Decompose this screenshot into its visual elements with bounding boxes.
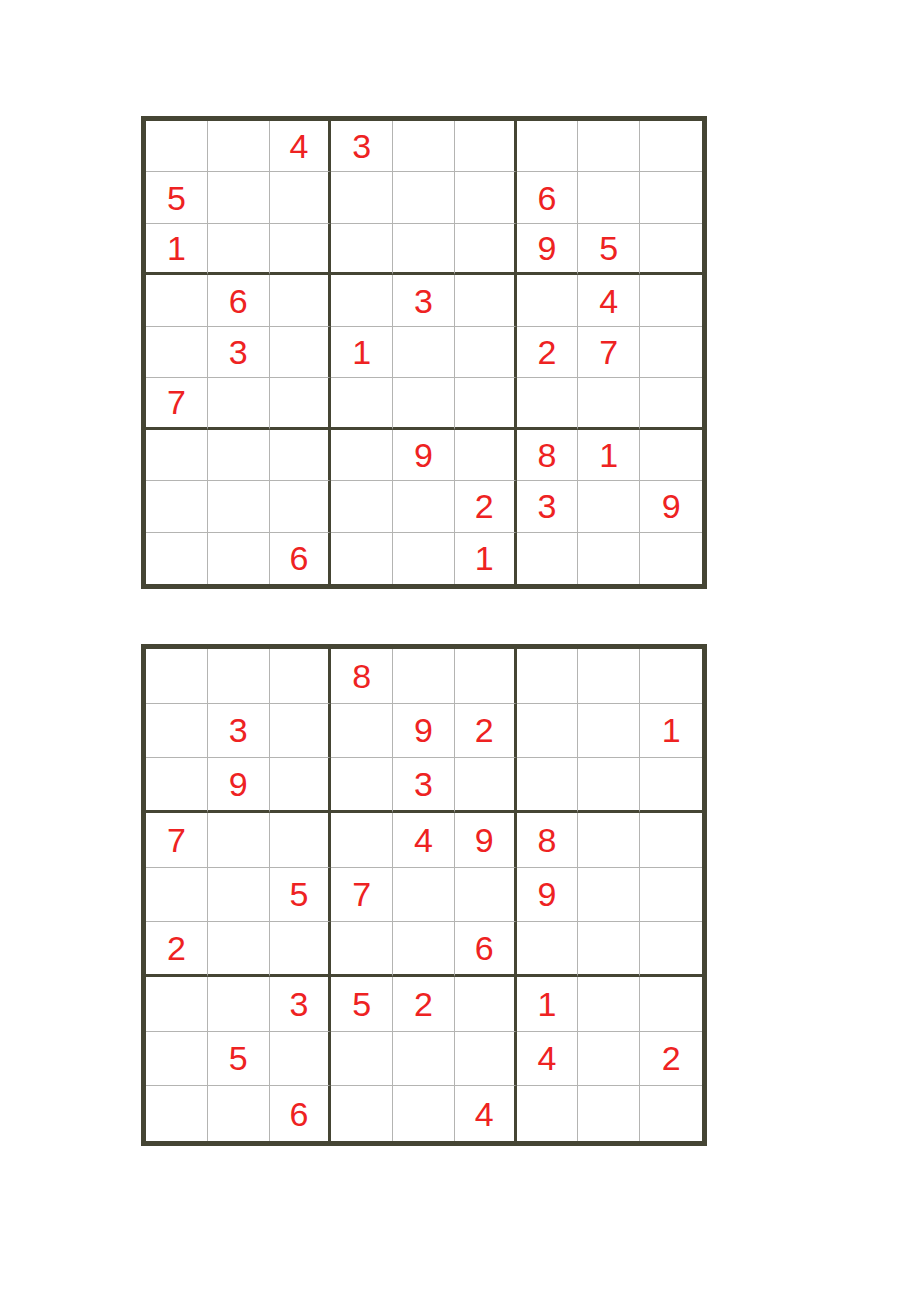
cell-r7c1 [146,977,208,1032]
cell-r1c6 [455,649,517,704]
cell-r6c6: 6 [455,922,517,977]
cell-r1c2 [208,649,270,704]
cell-r8c5 [393,481,455,532]
cell-r1c4: 8 [331,649,393,704]
cell-r9c4 [331,1086,393,1141]
cell-r7c3 [270,430,332,481]
cell-r1c7 [517,649,579,704]
cell-r6c4 [331,378,393,429]
cell-r6c5 [393,922,455,977]
cell-r9c9 [640,1086,702,1141]
cell-r5c7: 9 [517,868,579,923]
cell-r3c7: 9 [517,224,579,275]
cell-r9c3: 6 [270,1086,332,1141]
cell-r4c9 [640,275,702,326]
cell-r4c6 [455,275,517,326]
cell-r8c7: 4 [517,1032,579,1087]
cell-r3c8: 5 [578,224,640,275]
cell-r6c3 [270,922,332,977]
cell-r3c1 [146,758,208,813]
cell-r6c4 [331,922,393,977]
cell-r4c4 [331,813,393,868]
cell-r4c5: 3 [393,275,455,326]
cell-r9c1 [146,1086,208,1141]
cell-r6c7 [517,378,579,429]
cell-r9c9 [640,533,702,584]
cell-r2c3 [270,172,332,223]
cell-r6c8 [578,922,640,977]
cell-r7c6 [455,977,517,1032]
cell-r8c4 [331,481,393,532]
cell-r6c7 [517,922,579,977]
cell-r3c3 [270,758,332,813]
cell-r7c7: 1 [517,977,579,1032]
cell-r4c8 [578,813,640,868]
cell-r6c2 [208,378,270,429]
cell-r1c7 [517,121,579,172]
cell-r6c6 [455,378,517,429]
cell-r2c4 [331,172,393,223]
cell-r8c6: 2 [455,481,517,532]
cell-r3c6 [455,224,517,275]
cell-r2c2: 3 [208,704,270,759]
cell-r4c7 [517,275,579,326]
cell-r5c2 [208,868,270,923]
cell-r6c8 [578,378,640,429]
sudoku-page: 43561956343127798123961 8392193749857926… [0,0,920,1302]
cell-r1c5 [393,121,455,172]
cell-r2c3 [270,704,332,759]
cell-r8c9: 9 [640,481,702,532]
cell-r8c9: 2 [640,1032,702,1087]
cell-r5c7: 2 [517,327,579,378]
cell-r6c5 [393,378,455,429]
cell-r6c1: 2 [146,922,208,977]
cell-r4c6: 9 [455,813,517,868]
cell-r7c9 [640,430,702,481]
cell-r3c9 [640,224,702,275]
cell-r7c1 [146,430,208,481]
cell-r5c1 [146,868,208,923]
cell-r8c2 [208,481,270,532]
cell-r1c1 [146,121,208,172]
cell-r2c6: 2 [455,704,517,759]
cell-r5c9 [640,327,702,378]
cell-r6c2 [208,922,270,977]
cell-r4c5: 4 [393,813,455,868]
cell-r9c4 [331,533,393,584]
cell-r9c8 [578,533,640,584]
cell-r2c5: 9 [393,704,455,759]
cell-r4c1: 7 [146,813,208,868]
cell-r7c4: 5 [331,977,393,1032]
cell-r1c4: 3 [331,121,393,172]
cell-r1c6 [455,121,517,172]
cell-r3c9 [640,758,702,813]
cell-r9c6: 4 [455,1086,517,1141]
cell-r3c5: 3 [393,758,455,813]
cell-r2c8 [578,704,640,759]
cell-r3c4 [331,224,393,275]
cell-r3c1: 1 [146,224,208,275]
cell-r5c4: 1 [331,327,393,378]
cell-r5c3 [270,327,332,378]
cell-r8c1 [146,481,208,532]
cell-r8c8 [578,481,640,532]
cell-r1c9 [640,649,702,704]
cell-r9c2 [208,533,270,584]
cell-r8c3 [270,481,332,532]
cell-r8c6 [455,1032,517,1087]
cell-r9c8 [578,1086,640,1141]
cell-r7c2 [208,430,270,481]
cell-r4c9 [640,813,702,868]
cell-r4c4 [331,275,393,326]
cell-r2c4 [331,704,393,759]
cell-r5c6 [455,327,517,378]
cell-r7c8 [578,977,640,1032]
cell-r8c5 [393,1032,455,1087]
cell-r3c5 [393,224,455,275]
cell-r4c3 [270,813,332,868]
cell-r6c1: 7 [146,378,208,429]
cell-r3c7 [517,758,579,813]
cell-r2c6 [455,172,517,223]
cell-r4c1 [146,275,208,326]
cell-r9c7 [517,1086,579,1141]
cell-r5c9 [640,868,702,923]
cell-r8c8 [578,1032,640,1087]
cell-r9c3: 6 [270,533,332,584]
cell-r1c2 [208,121,270,172]
cell-r2c1: 5 [146,172,208,223]
cell-r2c9 [640,172,702,223]
cell-r1c3 [270,649,332,704]
cell-r2c8 [578,172,640,223]
cell-r7c5: 9 [393,430,455,481]
cell-r6c3 [270,378,332,429]
cell-r8c3 [270,1032,332,1087]
cell-r3c3 [270,224,332,275]
cell-r7c8: 1 [578,430,640,481]
cell-r1c8 [578,649,640,704]
cell-r3c8 [578,758,640,813]
cell-r1c1 [146,649,208,704]
cell-r4c3 [270,275,332,326]
cell-r7c3: 3 [270,977,332,1032]
cell-r7c7: 8 [517,430,579,481]
cell-r4c2 [208,813,270,868]
cell-r2c7 [517,704,579,759]
cell-r2c2 [208,172,270,223]
sudoku-board-1: 43561956343127798123961 [141,116,707,589]
cell-r7c9 [640,977,702,1032]
cell-r7c6 [455,430,517,481]
cell-r7c2 [208,977,270,1032]
cell-r8c4 [331,1032,393,1087]
cell-r6c9 [640,378,702,429]
cell-r9c6: 1 [455,533,517,584]
cell-r5c8 [578,868,640,923]
cell-r8c1 [146,1032,208,1087]
cell-r9c1 [146,533,208,584]
cell-r9c5 [393,1086,455,1141]
cell-r8c7: 3 [517,481,579,532]
cell-r2c9: 1 [640,704,702,759]
cell-r9c5 [393,533,455,584]
cell-r5c4: 7 [331,868,393,923]
cell-r2c1 [146,704,208,759]
cell-r4c7: 8 [517,813,579,868]
cell-r3c4 [331,758,393,813]
cell-r3c2 [208,224,270,275]
cell-r5c5 [393,327,455,378]
cell-r7c5: 2 [393,977,455,1032]
cell-r9c7 [517,533,579,584]
cell-r7c4 [331,430,393,481]
cell-r5c1 [146,327,208,378]
cell-r4c8: 4 [578,275,640,326]
cell-r2c5 [393,172,455,223]
cell-r1c5 [393,649,455,704]
cell-r6c9 [640,922,702,977]
cell-r5c6 [455,868,517,923]
cell-r9c2 [208,1086,270,1141]
cell-r5c5 [393,868,455,923]
cell-r1c8 [578,121,640,172]
cell-r1c9 [640,121,702,172]
cell-r2c7: 6 [517,172,579,223]
cell-r3c2: 9 [208,758,270,813]
cell-r5c8: 7 [578,327,640,378]
cell-r5c3: 5 [270,868,332,923]
cell-r4c2: 6 [208,275,270,326]
sudoku-board-2: 8392193749857926352154264 [141,644,707,1146]
cell-r1c3: 4 [270,121,332,172]
cell-r8c2: 5 [208,1032,270,1087]
cell-r3c6 [455,758,517,813]
cell-r5c2: 3 [208,327,270,378]
